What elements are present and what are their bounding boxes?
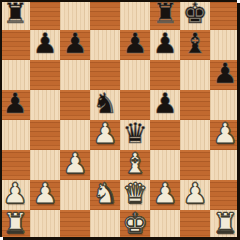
square-c7[interactable]: ♟ [60,30,90,60]
square-e6[interactable] [120,60,150,90]
square-g5[interactable] [180,90,210,120]
piece-black-king-g8[interactable]: ♚ [182,0,207,29]
square-h1[interactable]: ♜ [210,210,240,240]
piece-white-pawn-b2[interactable]: ♟ [32,179,57,209]
piece-black-rook-f8[interactable]: ♜ [152,0,177,29]
square-f6[interactable] [150,60,180,90]
square-b4[interactable] [30,120,60,150]
piece-white-king-e1[interactable]: ♚ [122,209,147,239]
piece-white-pawn-d4[interactable]: ♟ [92,119,117,149]
square-h7[interactable] [210,30,240,60]
piece-black-bishop-g7[interactable]: ♝ [182,29,207,59]
square-h4[interactable]: ♟ [210,120,240,150]
square-g3[interactable] [180,150,210,180]
square-c8[interactable] [60,0,90,30]
square-b3[interactable] [30,150,60,180]
piece-white-queen-e2[interactable]: ♛ [122,179,147,209]
piece-black-pawn-c7[interactable]: ♟ [62,29,87,59]
piece-black-pawn-a5[interactable]: ♟ [2,89,27,119]
square-b6[interactable] [30,60,60,90]
square-e8[interactable] [120,0,150,30]
square-g1[interactable] [180,210,210,240]
square-g4[interactable] [180,120,210,150]
square-f3[interactable] [150,150,180,180]
square-a6[interactable] [0,60,30,90]
piece-black-rook-a8[interactable]: ♜ [2,0,27,29]
square-b7[interactable]: ♟ [30,30,60,60]
square-a7[interactable] [0,30,30,60]
square-b5[interactable] [30,90,60,120]
square-e5[interactable] [120,90,150,120]
square-a1[interactable]: ♜ [0,210,30,240]
piece-white-bishop-e3[interactable]: ♝ [122,149,147,179]
square-f8[interactable]: ♜ [150,0,180,30]
square-c3[interactable]: ♟ [60,150,90,180]
piece-black-queen-e4[interactable]: ♛ [122,119,147,149]
piece-white-rook-a1[interactable]: ♜ [2,209,27,239]
piece-black-pawn-f5[interactable]: ♟ [152,89,177,119]
board-grid: ♜♜♚♟♟♟♟♝♟♟♞♟♟♛♟♟♝♟♟♞♛♟♟♜♚♜ [0,0,240,240]
square-a4[interactable] [0,120,30,150]
square-c4[interactable] [60,120,90,150]
square-f2[interactable]: ♟ [150,180,180,210]
piece-black-pawn-b7[interactable]: ♟ [32,29,57,59]
square-d7[interactable] [90,30,120,60]
square-h2[interactable] [210,180,240,210]
piece-white-pawn-f2[interactable]: ♟ [152,179,177,209]
square-d1[interactable] [90,210,120,240]
square-c5[interactable] [60,90,90,120]
square-a8[interactable]: ♜ [0,0,30,30]
square-e1[interactable]: ♚ [120,210,150,240]
square-a2[interactable]: ♟ [0,180,30,210]
square-h3[interactable] [210,150,240,180]
piece-white-pawn-h4[interactable]: ♟ [212,119,237,149]
square-f7[interactable]: ♟ [150,30,180,60]
square-b1[interactable] [30,210,60,240]
square-e2[interactable]: ♛ [120,180,150,210]
square-g6[interactable] [180,60,210,90]
square-g8[interactable]: ♚ [180,0,210,30]
square-f5[interactable]: ♟ [150,90,180,120]
square-d6[interactable] [90,60,120,90]
square-d4[interactable]: ♟ [90,120,120,150]
square-d2[interactable]: ♞ [90,180,120,210]
square-a3[interactable] [0,150,30,180]
square-e7[interactable]: ♟ [120,30,150,60]
square-d8[interactable] [90,0,120,30]
piece-white-pawn-c3[interactable]: ♟ [62,149,87,179]
square-e4[interactable]: ♛ [120,120,150,150]
piece-white-knight-d2[interactable]: ♞ [92,179,117,209]
square-c6[interactable] [60,60,90,90]
piece-white-pawn-g2[interactable]: ♟ [182,179,207,209]
square-d5[interactable]: ♞ [90,90,120,120]
square-h8[interactable] [210,0,240,30]
square-h5[interactable] [210,90,240,120]
piece-black-pawn-e7[interactable]: ♟ [122,29,147,59]
square-c2[interactable] [60,180,90,210]
square-g7[interactable]: ♝ [180,30,210,60]
piece-white-rook-h1[interactable]: ♜ [212,209,237,239]
piece-black-pawn-f7[interactable]: ♟ [152,29,177,59]
piece-black-pawn-h6[interactable]: ♟ [212,59,237,89]
square-d3[interactable] [90,150,120,180]
piece-black-knight-d5[interactable]: ♞ [92,89,117,119]
square-a5[interactable]: ♟ [0,90,30,120]
square-f4[interactable] [150,120,180,150]
square-b2[interactable]: ♟ [30,180,60,210]
square-c1[interactable] [60,210,90,240]
square-b8[interactable] [30,0,60,30]
square-g2[interactable]: ♟ [180,180,210,210]
square-h6[interactable]: ♟ [210,60,240,90]
piece-white-pawn-a2[interactable]: ♟ [2,179,27,209]
square-f1[interactable] [150,210,180,240]
chess-board: ♜♜♚♟♟♟♟♝♟♟♞♟♟♛♟♟♝♟♟♞♛♟♟♜♚♜ [0,0,240,240]
square-e3[interactable]: ♝ [120,150,150,180]
